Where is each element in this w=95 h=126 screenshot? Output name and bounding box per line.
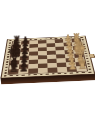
clasp-latch bbox=[89, 54, 95, 58]
square bbox=[47, 63, 57, 68]
square: ♜ bbox=[9, 69, 19, 74]
square: ♚ bbox=[10, 56, 20, 61]
product-photo: ♜♟♟♜♞♟♟♞♝♟♟♝♛♟♟♛♚♟♟♚♝♟♟♝♞♟♟♞♜♟♟♜ bbox=[0, 0, 95, 126]
square: ♜ bbox=[76, 66, 87, 71]
board-scene: ♜♟♟♜♞♟♟♞♝♟♟♝♛♟♟♛♚♟♟♚♝♟♟♝♞♟♟♞♜♟♟♜ bbox=[2, 23, 93, 107]
square bbox=[57, 67, 67, 72]
square: ♟ bbox=[66, 58, 76, 63]
board-surface: ♜♟♟♜♞♟♟♞♝♟♟♝♛♟♟♛♚♟♟♚♝♟♟♝♞♟♟♞♜♟♟♜ bbox=[2, 36, 94, 78]
square bbox=[38, 68, 48, 73]
square: ♟ bbox=[18, 69, 28, 74]
square bbox=[28, 68, 38, 73]
folding-chess-board: ♜♟♟♜♞♟♟♞♝♟♟♝♛♟♟♛♚♟♟♚♝♟♟♝♞♟♟♞♜♟♟♜ bbox=[2, 36, 94, 78]
square bbox=[48, 67, 58, 72]
